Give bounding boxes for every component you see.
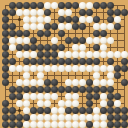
board-cell[interactable]: [93, 16, 100, 23]
board-cell[interactable]: [23, 114, 30, 121]
board-cell[interactable]: [107, 9, 114, 16]
board-cell[interactable]: [51, 51, 58, 58]
board-cell[interactable]: [86, 121, 93, 128]
board-cell[interactable]: [44, 44, 51, 51]
board-cell[interactable]: [44, 65, 51, 72]
board-cell[interactable]: [23, 30, 30, 37]
board-cell[interactable]: [51, 37, 58, 44]
empty-intersection[interactable]: [121, 16, 128, 23]
empty-intersection[interactable]: [51, 100, 58, 107]
empty-intersection[interactable]: [58, 37, 65, 44]
board-cell[interactable]: [65, 79, 72, 86]
board-cell[interactable]: [100, 30, 107, 37]
empty-intersection[interactable]: [100, 9, 107, 16]
board-cell[interactable]: [37, 2, 44, 9]
board-cell[interactable]: [9, 2, 16, 9]
board-cell[interactable]: [2, 79, 9, 86]
board-cell[interactable]: [79, 107, 86, 114]
board-cell[interactable]: [100, 2, 107, 9]
board-cell[interactable]: [2, 72, 9, 79]
board-cell[interactable]: [79, 121, 86, 128]
empty-intersection[interactable]: [51, 30, 58, 37]
board-cell[interactable]: [100, 37, 107, 44]
board-cell[interactable]: [16, 79, 23, 86]
board-cell[interactable]: [2, 107, 9, 114]
board-cell[interactable]: [23, 2, 30, 9]
empty-intersection[interactable]: [114, 44, 121, 51]
board-cell[interactable]: [37, 23, 44, 30]
empty-intersection[interactable]: [79, 93, 86, 100]
empty-intersection[interactable]: [114, 37, 121, 44]
board-cell[interactable]: [37, 16, 44, 23]
board-cell[interactable]: [23, 37, 30, 44]
board-cell[interactable]: [51, 121, 58, 128]
board-cell[interactable]: [93, 114, 100, 121]
empty-intersection[interactable]: [16, 58, 23, 65]
board-cell[interactable]: [2, 30, 9, 37]
board-cell[interactable]: [16, 51, 23, 58]
board-cell[interactable]: [121, 107, 128, 114]
board-cell[interactable]: [51, 58, 58, 65]
board-cell[interactable]: [16, 86, 23, 93]
board-cell[interactable]: [23, 93, 30, 100]
board-cell[interactable]: [107, 23, 114, 30]
board-cell[interactable]: [107, 16, 114, 23]
board-cell[interactable]: [23, 100, 30, 107]
board-cell[interactable]: [9, 107, 16, 114]
board-cell[interactable]: [86, 37, 93, 44]
board-cell[interactable]: [114, 121, 121, 128]
board-cell[interactable]: [114, 114, 121, 121]
board-cell[interactable]: [100, 44, 107, 51]
board-cell[interactable]: [65, 100, 72, 107]
board-cell[interactable]: [72, 79, 79, 86]
empty-intersection[interactable]: [58, 72, 65, 79]
empty-intersection[interactable]: [114, 86, 121, 93]
board-cell[interactable]: [72, 86, 79, 93]
board-cell[interactable]: [30, 58, 37, 65]
board-cell[interactable]: [30, 51, 37, 58]
board-cell[interactable]: [65, 51, 72, 58]
board-cell[interactable]: [79, 23, 86, 30]
board-cell[interactable]: [79, 58, 86, 65]
board-cell[interactable]: [9, 114, 16, 121]
board-cell[interactable]: [16, 44, 23, 51]
board-cell[interactable]: [44, 51, 51, 58]
board-cell[interactable]: [107, 121, 114, 128]
board-cell[interactable]: [93, 93, 100, 100]
board-cell[interactable]: [23, 23, 30, 30]
board-cell[interactable]: [65, 16, 72, 23]
empty-intersection[interactable]: [30, 72, 37, 79]
board-cell[interactable]: [30, 121, 37, 128]
board-cell[interactable]: [72, 16, 79, 23]
board-cell[interactable]: [72, 114, 79, 121]
empty-intersection[interactable]: [58, 79, 65, 86]
board-cell[interactable]: [93, 30, 100, 37]
board-cell[interactable]: [16, 2, 23, 9]
empty-intersection[interactable]: [79, 30, 86, 37]
empty-intersection[interactable]: [121, 37, 128, 44]
empty-intersection[interactable]: [9, 72, 16, 79]
board-cell[interactable]: [16, 93, 23, 100]
board-cell[interactable]: [30, 9, 37, 16]
empty-intersection[interactable]: [58, 93, 65, 100]
board-cell[interactable]: [2, 37, 9, 44]
empty-intersection[interactable]: [114, 30, 121, 37]
board-cell[interactable]: [86, 16, 93, 23]
board-cell[interactable]: [114, 9, 121, 16]
board-cell[interactable]: [2, 58, 9, 65]
board-cell[interactable]: [37, 51, 44, 58]
board-cell[interactable]: [107, 37, 114, 44]
empty-intersection[interactable]: [16, 16, 23, 23]
board-cell[interactable]: [93, 72, 100, 79]
board-cell[interactable]: [114, 72, 121, 79]
board-cell[interactable]: [51, 114, 58, 121]
board-cell[interactable]: [23, 86, 30, 93]
board-cell[interactable]: [51, 2, 58, 9]
board-cell[interactable]: [114, 107, 121, 114]
board-cell[interactable]: [72, 100, 79, 107]
board-cell[interactable]: [44, 107, 51, 114]
board-cell[interactable]: [16, 114, 23, 121]
board-cell[interactable]: [51, 65, 58, 72]
board-cell[interactable]: [65, 2, 72, 9]
board-cell[interactable]: [37, 72, 44, 79]
empty-intersection[interactable]: [72, 9, 79, 16]
board-cell[interactable]: [72, 23, 79, 30]
board-cell[interactable]: [86, 2, 93, 9]
board-cell[interactable]: [72, 51, 79, 58]
board-cell[interactable]: [23, 121, 30, 128]
board-cell[interactable]: [93, 86, 100, 93]
board-cell[interactable]: [65, 114, 72, 121]
board-cell[interactable]: [58, 114, 65, 121]
board-cell[interactable]: [79, 86, 86, 93]
board-cell[interactable]: [16, 121, 23, 128]
board-cell[interactable]: [79, 114, 86, 121]
empty-intersection[interactable]: [51, 72, 58, 79]
board-cell[interactable]: [58, 107, 65, 114]
empty-intersection[interactable]: [121, 23, 128, 30]
board-cell[interactable]: [107, 114, 114, 121]
empty-intersection[interactable]: [37, 37, 44, 44]
board-cell[interactable]: [79, 44, 86, 51]
board-cell[interactable]: [121, 9, 128, 16]
board-cell[interactable]: [65, 65, 72, 72]
board-cell[interactable]: [72, 44, 79, 51]
board-cell[interactable]: [121, 121, 128, 128]
board-cell[interactable]: [51, 86, 58, 93]
board-cell[interactable]: [30, 86, 37, 93]
board-cell[interactable]: [44, 30, 51, 37]
board-cell[interactable]: [30, 44, 37, 51]
board-cell[interactable]: [65, 37, 72, 44]
board-cell[interactable]: [86, 9, 93, 16]
board-cell[interactable]: [65, 93, 72, 100]
empty-intersection[interactable]: [16, 107, 23, 114]
empty-intersection[interactable]: [65, 30, 72, 37]
board-cell[interactable]: [100, 121, 107, 128]
board-cell[interactable]: [2, 16, 9, 23]
board-cell[interactable]: [86, 93, 93, 100]
board-cell[interactable]: [51, 107, 58, 114]
board-cell[interactable]: [93, 44, 100, 51]
board-cell[interactable]: [100, 23, 107, 30]
board-cell[interactable]: [72, 37, 79, 44]
empty-intersection[interactable]: [2, 2, 9, 9]
empty-intersection[interactable]: [93, 100, 100, 107]
board-cell[interactable]: [100, 86, 107, 93]
board-cell[interactable]: [44, 79, 51, 86]
board-cell[interactable]: [9, 30, 16, 37]
empty-intersection[interactable]: [121, 100, 128, 107]
board-cell[interactable]: [114, 100, 121, 107]
board-cell[interactable]: [114, 93, 121, 100]
empty-intersection[interactable]: [100, 72, 107, 79]
board-cell[interactable]: [72, 121, 79, 128]
board-cell[interactable]: [58, 86, 65, 93]
board-cell[interactable]: [23, 107, 30, 114]
board-cell[interactable]: [93, 107, 100, 114]
board-cell[interactable]: [72, 2, 79, 9]
board-cell[interactable]: [30, 16, 37, 23]
board-cell[interactable]: [23, 16, 30, 23]
board-cell[interactable]: [16, 37, 23, 44]
board-cell[interactable]: [9, 37, 16, 44]
empty-intersection[interactable]: [72, 30, 79, 37]
empty-intersection[interactable]: [114, 2, 121, 9]
board-cell[interactable]: [9, 58, 16, 65]
board-cell[interactable]: [93, 2, 100, 9]
board-cell[interactable]: [100, 51, 107, 58]
board-cell[interactable]: [100, 100, 107, 107]
empty-intersection[interactable]: [121, 2, 128, 9]
empty-intersection[interactable]: [2, 93, 9, 100]
board-cell[interactable]: [16, 9, 23, 16]
board-cell[interactable]: [37, 100, 44, 107]
board-cell[interactable]: [51, 44, 58, 51]
board-cell[interactable]: [2, 65, 9, 72]
board-cell[interactable]: [79, 51, 86, 58]
board-cell[interactable]: [79, 65, 86, 72]
empty-intersection[interactable]: [51, 9, 58, 16]
board-cell[interactable]: [37, 114, 44, 121]
empty-intersection[interactable]: [72, 72, 79, 79]
empty-intersection[interactable]: [9, 51, 16, 58]
board-cell[interactable]: [79, 16, 86, 23]
empty-intersection[interactable]: [121, 44, 128, 51]
board-cell[interactable]: [23, 58, 30, 65]
board-cell[interactable]: [121, 58, 128, 65]
board-cell[interactable]: [37, 107, 44, 114]
board-cell[interactable]: [37, 86, 44, 93]
board-cell[interactable]: [2, 51, 9, 58]
board-cell[interactable]: [58, 9, 65, 16]
board-cell[interactable]: [9, 93, 16, 100]
board-cell[interactable]: [114, 51, 121, 58]
board-cell[interactable]: [93, 65, 100, 72]
board-cell[interactable]: [121, 114, 128, 121]
board-cell[interactable]: [107, 65, 114, 72]
empty-intersection[interactable]: [114, 58, 121, 65]
board-cell[interactable]: [9, 121, 16, 128]
board-cell[interactable]: [37, 58, 44, 65]
empty-intersection[interactable]: [9, 16, 16, 23]
board-cell[interactable]: [23, 51, 30, 58]
board-cell[interactable]: [44, 9, 51, 16]
board-cell[interactable]: [37, 79, 44, 86]
board-cell[interactable]: [58, 100, 65, 107]
empty-intersection[interactable]: [121, 72, 128, 79]
board-cell[interactable]: [9, 9, 16, 16]
empty-intersection[interactable]: [79, 72, 86, 79]
empty-intersection[interactable]: [9, 79, 16, 86]
board-cell[interactable]: [30, 37, 37, 44]
board-cell[interactable]: [107, 51, 114, 58]
board-cell[interactable]: [30, 2, 37, 9]
board-cell[interactable]: [114, 23, 121, 30]
board-cell[interactable]: [44, 100, 51, 107]
board-cell[interactable]: [107, 58, 114, 65]
board-cell[interactable]: [37, 30, 44, 37]
board-cell[interactable]: [114, 65, 121, 72]
board-cell[interactable]: [30, 79, 37, 86]
board-cell[interactable]: [107, 72, 114, 79]
board-cell[interactable]: [86, 51, 93, 58]
board-cell[interactable]: [23, 72, 30, 79]
board-cell[interactable]: [79, 2, 86, 9]
board-cell[interactable]: [79, 37, 86, 44]
board-cell[interactable]: [9, 23, 16, 30]
board-cell[interactable]: [86, 86, 93, 93]
empty-intersection[interactable]: [86, 72, 93, 79]
board-cell[interactable]: [2, 23, 9, 30]
board-cell[interactable]: [93, 58, 100, 65]
board-cell[interactable]: [30, 23, 37, 30]
board-cell[interactable]: [93, 23, 100, 30]
board-cell[interactable]: [86, 58, 93, 65]
board-cell[interactable]: [65, 9, 72, 16]
board-cell[interactable]: [37, 121, 44, 128]
empty-intersection[interactable]: [86, 30, 93, 37]
board-cell[interactable]: [100, 79, 107, 86]
board-cell[interactable]: [58, 65, 65, 72]
board-cell[interactable]: [44, 58, 51, 65]
board-cell[interactable]: [100, 114, 107, 121]
board-cell[interactable]: [37, 93, 44, 100]
board-cell[interactable]: [100, 65, 107, 72]
board-cell[interactable]: [58, 121, 65, 128]
empty-intersection[interactable]: [121, 86, 128, 93]
board-cell[interactable]: [79, 9, 86, 16]
empty-intersection[interactable]: [9, 100, 16, 107]
board-cell[interactable]: [51, 79, 58, 86]
board-cell[interactable]: [51, 93, 58, 100]
board-cell[interactable]: [58, 16, 65, 23]
board-cell[interactable]: [58, 44, 65, 51]
empty-intersection[interactable]: [2, 86, 9, 93]
board-cell[interactable]: [100, 107, 107, 114]
board-cell[interactable]: [2, 121, 9, 128]
board-cell[interactable]: [23, 79, 30, 86]
board-cell[interactable]: [86, 114, 93, 121]
board-cell[interactable]: [121, 65, 128, 72]
board-cell[interactable]: [16, 65, 23, 72]
empty-intersection[interactable]: [65, 44, 72, 51]
empty-intersection[interactable]: [30, 30, 37, 37]
board-cell[interactable]: [9, 86, 16, 93]
empty-intersection[interactable]: [107, 44, 114, 51]
board-cell[interactable]: [58, 23, 65, 30]
board-cell[interactable]: [16, 30, 23, 37]
board-cell[interactable]: [2, 9, 9, 16]
board-cell[interactable]: [58, 30, 65, 37]
empty-intersection[interactable]: [93, 9, 100, 16]
board-cell[interactable]: [121, 79, 128, 86]
board-cell[interactable]: [58, 51, 65, 58]
empty-intersection[interactable]: [121, 93, 128, 100]
board-cell[interactable]: [86, 65, 93, 72]
board-cell[interactable]: [107, 79, 114, 86]
empty-intersection[interactable]: [44, 72, 51, 79]
empty-intersection[interactable]: [79, 100, 86, 107]
empty-intersection[interactable]: [100, 16, 107, 23]
board-cell[interactable]: [72, 107, 79, 114]
board-cell[interactable]: [23, 44, 30, 51]
board-cell[interactable]: [44, 93, 51, 100]
board-cell[interactable]: [93, 121, 100, 128]
board-cell[interactable]: [107, 93, 114, 100]
board-cell[interactable]: [93, 79, 100, 86]
board-cell[interactable]: [65, 86, 72, 93]
board-cell[interactable]: [51, 23, 58, 30]
empty-intersection[interactable]: [16, 72, 23, 79]
board-cell[interactable]: [9, 65, 16, 72]
board-cell[interactable]: [44, 121, 51, 128]
empty-intersection[interactable]: [51, 16, 58, 23]
board-cell[interactable]: [107, 107, 114, 114]
board-cell[interactable]: [107, 100, 114, 107]
board-cell[interactable]: [30, 65, 37, 72]
board-cell[interactable]: [121, 51, 128, 58]
board-cell[interactable]: [72, 65, 79, 72]
board-cell[interactable]: [23, 9, 30, 16]
board-cell[interactable]: [44, 2, 51, 9]
board-cell[interactable]: [44, 86, 51, 93]
board-cell[interactable]: [2, 44, 9, 51]
board-cell[interactable]: [86, 107, 93, 114]
board-cell[interactable]: [72, 58, 79, 65]
board-cell[interactable]: [44, 23, 51, 30]
board-cell[interactable]: [37, 65, 44, 72]
empty-intersection[interactable]: [44, 37, 51, 44]
board-cell[interactable]: [65, 23, 72, 30]
board-cell[interactable]: [30, 93, 37, 100]
board-cell[interactable]: [65, 107, 72, 114]
empty-intersection[interactable]: [65, 72, 72, 79]
board-cell[interactable]: [114, 16, 121, 23]
board-cell[interactable]: [93, 51, 100, 58]
board-cell[interactable]: [44, 114, 51, 121]
board-cell[interactable]: [16, 100, 23, 107]
board-cell[interactable]: [86, 100, 93, 107]
board-cell[interactable]: [86, 79, 93, 86]
board-cell[interactable]: [93, 37, 100, 44]
board-cell[interactable]: [65, 121, 72, 128]
board-cell[interactable]: [72, 93, 79, 100]
